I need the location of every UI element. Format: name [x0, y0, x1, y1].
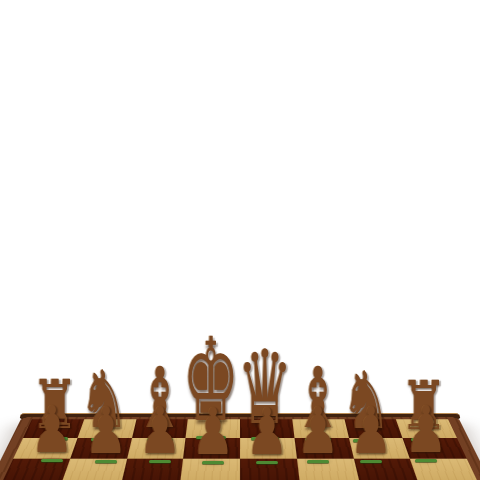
green-felt-base	[41, 459, 63, 462]
pawn-glyph: ♟	[138, 397, 181, 462]
green-felt-base	[95, 460, 117, 463]
pawn-glyph: ♟	[245, 398, 288, 463]
pawn-glyph: ♟	[349, 397, 392, 462]
green-felt-base	[256, 461, 278, 464]
pawn-glyph: ♟	[296, 397, 339, 462]
green-felt-base	[202, 461, 224, 464]
green-felt-base	[415, 459, 437, 462]
pawn-glyph: ♟	[191, 398, 234, 463]
pawn-glyph: ♟	[84, 397, 127, 462]
green-felt-base	[149, 460, 171, 463]
chess-set-photo: ♜♞♝♚♛♝♞♜♟♟♟♟♟♟♟♟	[0, 0, 480, 480]
pawn-glyph: ♟	[30, 396, 73, 461]
pawn-glyph: ♟	[404, 396, 447, 461]
green-felt-base	[360, 460, 382, 463]
green-felt-base	[307, 460, 329, 463]
